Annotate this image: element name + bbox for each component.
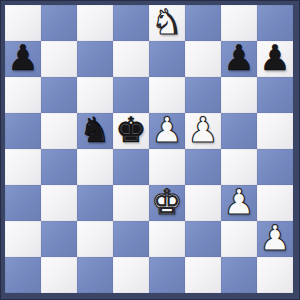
square-f3[interactable]	[185, 185, 221, 221]
square-d7[interactable]	[113, 41, 149, 77]
square-h3[interactable]	[257, 185, 293, 221]
square-g3[interactable]: ♟	[221, 185, 257, 221]
square-f7[interactable]	[185, 41, 221, 77]
square-h2[interactable]: ♟	[257, 221, 293, 257]
square-b7[interactable]	[41, 41, 77, 77]
black-knight-c5[interactable]: ♞	[79, 112, 110, 148]
square-c3[interactable]	[77, 185, 113, 221]
square-h4[interactable]	[257, 149, 293, 185]
square-d8[interactable]	[113, 5, 149, 41]
square-b5[interactable]	[41, 113, 77, 149]
square-a4[interactable]	[5, 149, 41, 185]
square-h6[interactable]	[257, 77, 293, 113]
square-c5[interactable]: ♞	[77, 113, 113, 149]
square-b3[interactable]	[41, 185, 77, 221]
square-g1[interactable]	[221, 257, 257, 293]
square-h7[interactable]: ♟	[257, 41, 293, 77]
square-e4[interactable]	[149, 149, 185, 185]
square-d3[interactable]	[113, 185, 149, 221]
square-b2[interactable]	[41, 221, 77, 257]
square-a7[interactable]: ♟	[5, 41, 41, 77]
black-pawn-a7[interactable]: ♟	[7, 40, 38, 76]
square-a5[interactable]	[5, 113, 41, 149]
square-f5[interactable]: ♟	[185, 113, 221, 149]
square-c8[interactable]	[77, 5, 113, 41]
square-e2[interactable]	[149, 221, 185, 257]
chess-board: ♞♟♟♟♞♚♟♟♚♟♟	[5, 5, 293, 293]
square-e5[interactable]: ♟	[149, 113, 185, 149]
square-c6[interactable]	[77, 77, 113, 113]
square-f8[interactable]	[185, 5, 221, 41]
square-g7[interactable]: ♟	[221, 41, 257, 77]
square-d5[interactable]: ♚	[113, 113, 149, 149]
black-pawn-h7[interactable]: ♟	[259, 40, 290, 76]
square-d1[interactable]	[113, 257, 149, 293]
square-g8[interactable]	[221, 5, 257, 41]
square-e8[interactable]: ♞	[149, 5, 185, 41]
square-d4[interactable]	[113, 149, 149, 185]
white-pawn-h2[interactable]: ♟	[259, 220, 290, 256]
square-g5[interactable]	[221, 113, 257, 149]
square-h5[interactable]	[257, 113, 293, 149]
square-e6[interactable]	[149, 77, 185, 113]
chess-board-frame: ♞♟♟♟♞♚♟♟♚♟♟	[0, 0, 300, 300]
square-a8[interactable]	[5, 5, 41, 41]
square-b1[interactable]	[41, 257, 77, 293]
square-b8[interactable]	[41, 5, 77, 41]
square-a6[interactable]	[5, 77, 41, 113]
square-g6[interactable]	[221, 77, 257, 113]
white-pawn-e5[interactable]: ♟	[151, 112, 182, 148]
square-d2[interactable]	[113, 221, 149, 257]
black-king-d5[interactable]: ♚	[115, 112, 146, 148]
square-e7[interactable]	[149, 41, 185, 77]
square-h8[interactable]	[257, 5, 293, 41]
square-a2[interactable]	[5, 221, 41, 257]
square-f2[interactable]	[185, 221, 221, 257]
square-c4[interactable]	[77, 149, 113, 185]
square-e1[interactable]	[149, 257, 185, 293]
square-a1[interactable]	[5, 257, 41, 293]
white-pawn-g3[interactable]: ♟	[223, 184, 254, 220]
square-c7[interactable]	[77, 41, 113, 77]
square-f1[interactable]	[185, 257, 221, 293]
square-d6[interactable]	[113, 77, 149, 113]
black-pawn-g7[interactable]: ♟	[223, 40, 254, 76]
white-king-e3[interactable]: ♚	[151, 184, 182, 220]
square-g4[interactable]	[221, 149, 257, 185]
square-e3[interactable]: ♚	[149, 185, 185, 221]
square-h1[interactable]	[257, 257, 293, 293]
square-f6[interactable]	[185, 77, 221, 113]
square-c1[interactable]	[77, 257, 113, 293]
square-f4[interactable]	[185, 149, 221, 185]
square-a3[interactable]	[5, 185, 41, 221]
square-b4[interactable]	[41, 149, 77, 185]
square-c2[interactable]	[77, 221, 113, 257]
square-b6[interactable]	[41, 77, 77, 113]
white-knight-e8[interactable]: ♞	[151, 4, 182, 40]
square-g2[interactable]	[221, 221, 257, 257]
white-pawn-f5[interactable]: ♟	[187, 112, 218, 148]
